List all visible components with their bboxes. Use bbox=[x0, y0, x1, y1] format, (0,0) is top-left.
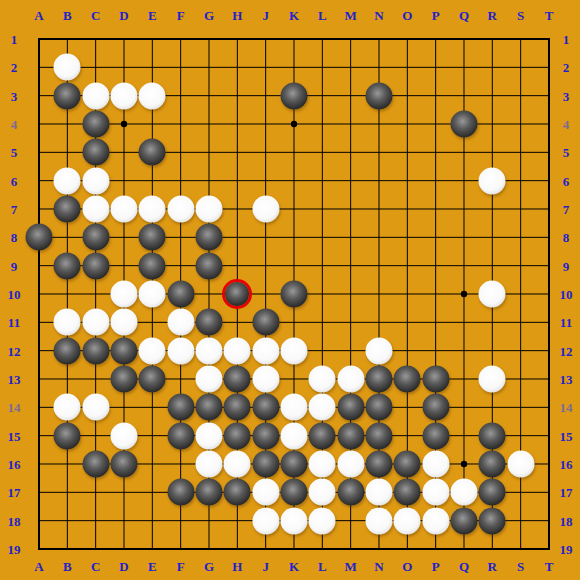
intersection-C6[interactable] bbox=[82, 167, 110, 195]
intersection-B2[interactable] bbox=[53, 53, 81, 81]
intersection-C10[interactable] bbox=[82, 280, 110, 308]
intersection-L1[interactable] bbox=[308, 25, 336, 53]
intersection-N13[interactable] bbox=[365, 365, 393, 393]
intersection-M6[interactable] bbox=[337, 167, 365, 195]
intersection-P9[interactable] bbox=[422, 252, 450, 280]
intersection-A1[interactable] bbox=[25, 25, 53, 53]
intersection-Q17[interactable] bbox=[450, 478, 478, 506]
intersection-D12[interactable] bbox=[110, 337, 138, 365]
intersection-N3[interactable] bbox=[365, 82, 393, 110]
intersection-G3[interactable] bbox=[195, 82, 223, 110]
intersection-A3[interactable] bbox=[25, 82, 53, 110]
intersection-T7[interactable] bbox=[535, 195, 563, 223]
intersection-J10[interactable] bbox=[252, 280, 280, 308]
intersection-K12[interactable] bbox=[280, 337, 308, 365]
intersection-L18[interactable] bbox=[308, 507, 336, 535]
intersection-E11[interactable] bbox=[138, 308, 166, 336]
intersection-Q13[interactable] bbox=[450, 365, 478, 393]
intersection-L14[interactable] bbox=[308, 393, 336, 421]
intersection-G11[interactable] bbox=[195, 308, 223, 336]
intersection-P3[interactable] bbox=[422, 82, 450, 110]
intersection-A15[interactable] bbox=[25, 422, 53, 450]
intersection-A9[interactable] bbox=[25, 252, 53, 280]
intersection-L6[interactable] bbox=[308, 167, 336, 195]
intersection-C2[interactable] bbox=[82, 53, 110, 81]
intersection-L11[interactable] bbox=[308, 308, 336, 336]
intersection-N15[interactable] bbox=[365, 422, 393, 450]
intersection-G1[interactable] bbox=[195, 25, 223, 53]
intersection-R8[interactable] bbox=[478, 223, 506, 251]
intersection-P8[interactable] bbox=[422, 223, 450, 251]
intersection-S17[interactable] bbox=[507, 478, 535, 506]
intersection-D6[interactable] bbox=[110, 167, 138, 195]
intersection-A4[interactable] bbox=[25, 110, 53, 138]
intersection-J17[interactable] bbox=[252, 478, 280, 506]
intersection-E6[interactable] bbox=[138, 167, 166, 195]
intersection-G14[interactable] bbox=[195, 393, 223, 421]
intersection-S13[interactable] bbox=[507, 365, 535, 393]
intersection-F16[interactable] bbox=[167, 450, 195, 478]
intersection-F3[interactable] bbox=[167, 82, 195, 110]
intersection-K9[interactable] bbox=[280, 252, 308, 280]
intersection-G16[interactable] bbox=[195, 450, 223, 478]
intersection-G18[interactable] bbox=[195, 507, 223, 535]
intersection-M8[interactable] bbox=[337, 223, 365, 251]
intersection-L2[interactable] bbox=[308, 53, 336, 81]
intersection-A11[interactable] bbox=[25, 308, 53, 336]
intersection-P18[interactable] bbox=[422, 507, 450, 535]
intersection-N7[interactable] bbox=[365, 195, 393, 223]
intersection-C14[interactable] bbox=[82, 393, 110, 421]
intersection-P1[interactable] bbox=[422, 25, 450, 53]
intersection-C1[interactable] bbox=[82, 25, 110, 53]
intersection-N17[interactable] bbox=[365, 478, 393, 506]
intersection-H7[interactable] bbox=[223, 195, 251, 223]
intersection-A10[interactable] bbox=[25, 280, 53, 308]
intersection-S16[interactable] bbox=[507, 450, 535, 478]
intersection-O1[interactable] bbox=[393, 25, 421, 53]
intersection-G6[interactable] bbox=[195, 167, 223, 195]
intersection-N18[interactable] bbox=[365, 507, 393, 535]
intersection-E9[interactable] bbox=[138, 252, 166, 280]
intersection-J6[interactable] bbox=[252, 167, 280, 195]
intersection-R9[interactable] bbox=[478, 252, 506, 280]
intersection-E14[interactable] bbox=[138, 393, 166, 421]
intersection-P16[interactable] bbox=[422, 450, 450, 478]
intersection-H8[interactable] bbox=[223, 223, 251, 251]
intersection-D13[interactable] bbox=[110, 365, 138, 393]
intersection-R15[interactable] bbox=[478, 422, 506, 450]
intersection-Q18[interactable] bbox=[450, 507, 478, 535]
intersection-P17[interactable] bbox=[422, 478, 450, 506]
intersection-A13[interactable] bbox=[25, 365, 53, 393]
intersection-S6[interactable] bbox=[507, 167, 535, 195]
intersection-R13[interactable] bbox=[478, 365, 506, 393]
intersection-F5[interactable] bbox=[167, 138, 195, 166]
intersection-H16[interactable] bbox=[223, 450, 251, 478]
intersection-H17[interactable] bbox=[223, 478, 251, 506]
intersection-R16[interactable] bbox=[478, 450, 506, 478]
intersection-B18[interactable] bbox=[53, 507, 81, 535]
intersection-J14[interactable] bbox=[252, 393, 280, 421]
intersection-G10[interactable] bbox=[195, 280, 223, 308]
intersection-Q6[interactable] bbox=[450, 167, 478, 195]
intersection-O7[interactable] bbox=[393, 195, 421, 223]
intersection-F10[interactable] bbox=[167, 280, 195, 308]
intersection-G17[interactable] bbox=[195, 478, 223, 506]
intersection-F17[interactable] bbox=[167, 478, 195, 506]
intersection-R18[interactable] bbox=[478, 507, 506, 535]
intersection-J12[interactable] bbox=[252, 337, 280, 365]
intersection-M1[interactable] bbox=[337, 25, 365, 53]
intersection-P15[interactable] bbox=[422, 422, 450, 450]
intersection-F12[interactable] bbox=[167, 337, 195, 365]
intersection-S2[interactable] bbox=[507, 53, 535, 81]
intersection-N12[interactable] bbox=[365, 337, 393, 365]
intersection-J5[interactable] bbox=[252, 138, 280, 166]
intersection-D2[interactable] bbox=[110, 53, 138, 81]
intersection-E17[interactable] bbox=[138, 478, 166, 506]
intersection-G12[interactable] bbox=[195, 337, 223, 365]
intersection-C4[interactable] bbox=[82, 110, 110, 138]
intersection-C12[interactable] bbox=[82, 337, 110, 365]
intersection-N16[interactable] bbox=[365, 450, 393, 478]
intersection-B15[interactable] bbox=[53, 422, 81, 450]
intersection-A12[interactable] bbox=[25, 337, 53, 365]
intersection-B8[interactable] bbox=[53, 223, 81, 251]
intersection-B3[interactable] bbox=[53, 82, 81, 110]
intersection-D7[interactable] bbox=[110, 195, 138, 223]
intersection-E13[interactable] bbox=[138, 365, 166, 393]
intersection-L12[interactable] bbox=[308, 337, 336, 365]
intersection-N9[interactable] bbox=[365, 252, 393, 280]
intersection-N4[interactable] bbox=[365, 110, 393, 138]
intersection-Q14[interactable] bbox=[450, 393, 478, 421]
intersection-J4[interactable] bbox=[252, 110, 280, 138]
intersection-Q10[interactable] bbox=[450, 280, 478, 308]
intersection-B12[interactable] bbox=[53, 337, 81, 365]
intersection-P13[interactable] bbox=[422, 365, 450, 393]
intersection-S10[interactable] bbox=[507, 280, 535, 308]
intersection-S15[interactable] bbox=[507, 422, 535, 450]
intersection-L3[interactable] bbox=[308, 82, 336, 110]
intersection-B10[interactable] bbox=[53, 280, 81, 308]
intersection-E16[interactable] bbox=[138, 450, 166, 478]
intersection-J8[interactable] bbox=[252, 223, 280, 251]
intersection-K4[interactable] bbox=[280, 110, 308, 138]
intersection-K17[interactable] bbox=[280, 478, 308, 506]
intersection-J1[interactable] bbox=[252, 25, 280, 53]
intersection-T3[interactable] bbox=[535, 82, 563, 110]
intersection-A2[interactable] bbox=[25, 53, 53, 81]
intersection-K13[interactable] bbox=[280, 365, 308, 393]
intersection-K3[interactable] bbox=[280, 82, 308, 110]
intersection-T6[interactable] bbox=[535, 167, 563, 195]
intersection-G9[interactable] bbox=[195, 252, 223, 280]
intersection-S11[interactable] bbox=[507, 308, 535, 336]
intersection-D14[interactable] bbox=[110, 393, 138, 421]
intersection-N8[interactable] bbox=[365, 223, 393, 251]
intersection-F14[interactable] bbox=[167, 393, 195, 421]
intersection-F2[interactable] bbox=[167, 53, 195, 81]
intersection-K16[interactable] bbox=[280, 450, 308, 478]
intersection-Q8[interactable] bbox=[450, 223, 478, 251]
intersection-O17[interactable] bbox=[393, 478, 421, 506]
intersection-B5[interactable] bbox=[53, 138, 81, 166]
intersection-C17[interactable] bbox=[82, 478, 110, 506]
intersection-K2[interactable] bbox=[280, 53, 308, 81]
intersection-C18[interactable] bbox=[82, 507, 110, 535]
intersection-G5[interactable] bbox=[195, 138, 223, 166]
intersection-P2[interactable] bbox=[422, 53, 450, 81]
intersection-B13[interactable] bbox=[53, 365, 81, 393]
intersection-R4[interactable] bbox=[478, 110, 506, 138]
intersection-L13[interactable] bbox=[308, 365, 336, 393]
intersection-O9[interactable] bbox=[393, 252, 421, 280]
intersection-O4[interactable] bbox=[393, 110, 421, 138]
intersection-B1[interactable] bbox=[53, 25, 81, 53]
intersection-A6[interactable] bbox=[25, 167, 53, 195]
intersection-S3[interactable] bbox=[507, 82, 535, 110]
intersection-S9[interactable] bbox=[507, 252, 535, 280]
intersection-K11[interactable] bbox=[280, 308, 308, 336]
intersection-L4[interactable] bbox=[308, 110, 336, 138]
intersection-O14[interactable] bbox=[393, 393, 421, 421]
intersection-M12[interactable] bbox=[337, 337, 365, 365]
intersection-M5[interactable] bbox=[337, 138, 365, 166]
intersection-F15[interactable] bbox=[167, 422, 195, 450]
intersection-D18[interactable] bbox=[110, 507, 138, 535]
intersection-Q11[interactable] bbox=[450, 308, 478, 336]
intersection-P6[interactable] bbox=[422, 167, 450, 195]
intersection-F7[interactable] bbox=[167, 195, 195, 223]
intersection-S7[interactable] bbox=[507, 195, 535, 223]
intersection-O5[interactable] bbox=[393, 138, 421, 166]
intersection-G2[interactable] bbox=[195, 53, 223, 81]
intersection-P5[interactable] bbox=[422, 138, 450, 166]
intersection-M9[interactable] bbox=[337, 252, 365, 280]
intersection-Q12[interactable] bbox=[450, 337, 478, 365]
intersection-B14[interactable] bbox=[53, 393, 81, 421]
intersection-D3[interactable] bbox=[110, 82, 138, 110]
intersection-P10[interactable] bbox=[422, 280, 450, 308]
intersection-Q2[interactable] bbox=[450, 53, 478, 81]
intersection-M7[interactable] bbox=[337, 195, 365, 223]
intersection-A8[interactable] bbox=[25, 223, 53, 251]
intersection-H5[interactable] bbox=[223, 138, 251, 166]
intersection-S1[interactable] bbox=[507, 25, 535, 53]
intersection-D15[interactable] bbox=[110, 422, 138, 450]
intersection-B7[interactable] bbox=[53, 195, 81, 223]
intersection-E3[interactable] bbox=[138, 82, 166, 110]
intersection-S18[interactable] bbox=[507, 507, 535, 535]
intersection-R11[interactable] bbox=[478, 308, 506, 336]
intersection-P11[interactable] bbox=[422, 308, 450, 336]
intersection-A7[interactable] bbox=[25, 195, 53, 223]
intersection-B4[interactable] bbox=[53, 110, 81, 138]
intersection-F4[interactable] bbox=[167, 110, 195, 138]
intersection-A17[interactable] bbox=[25, 478, 53, 506]
intersection-M16[interactable] bbox=[337, 450, 365, 478]
intersection-D17[interactable] bbox=[110, 478, 138, 506]
intersection-K10[interactable] bbox=[280, 280, 308, 308]
intersection-O8[interactable] bbox=[393, 223, 421, 251]
intersection-J7[interactable] bbox=[252, 195, 280, 223]
intersection-L10[interactable] bbox=[308, 280, 336, 308]
intersection-G8[interactable] bbox=[195, 223, 223, 251]
intersection-Q15[interactable] bbox=[450, 422, 478, 450]
intersection-O13[interactable] bbox=[393, 365, 421, 393]
intersection-S14[interactable] bbox=[507, 393, 535, 421]
intersection-B6[interactable] bbox=[53, 167, 81, 195]
intersection-K18[interactable] bbox=[280, 507, 308, 535]
intersection-T8[interactable] bbox=[535, 223, 563, 251]
intersection-C7[interactable] bbox=[82, 195, 110, 223]
intersection-N6[interactable] bbox=[365, 167, 393, 195]
intersection-J9[interactable] bbox=[252, 252, 280, 280]
intersection-A5[interactable] bbox=[25, 138, 53, 166]
intersection-K14[interactable] bbox=[280, 393, 308, 421]
intersection-E12[interactable] bbox=[138, 337, 166, 365]
intersection-A18[interactable] bbox=[25, 507, 53, 535]
intersection-H12[interactable] bbox=[223, 337, 251, 365]
intersection-F8[interactable] bbox=[167, 223, 195, 251]
intersection-M15[interactable] bbox=[337, 422, 365, 450]
intersection-F9[interactable] bbox=[167, 252, 195, 280]
intersection-A14[interactable] bbox=[25, 393, 53, 421]
intersection-D8[interactable] bbox=[110, 223, 138, 251]
intersection-E8[interactable] bbox=[138, 223, 166, 251]
intersection-C15[interactable] bbox=[82, 422, 110, 450]
intersection-R12[interactable] bbox=[478, 337, 506, 365]
intersection-O15[interactable] bbox=[393, 422, 421, 450]
intersection-K6[interactable] bbox=[280, 167, 308, 195]
intersection-M4[interactable] bbox=[337, 110, 365, 138]
intersection-B11[interactable] bbox=[53, 308, 81, 336]
intersection-M3[interactable] bbox=[337, 82, 365, 110]
intersection-C5[interactable] bbox=[82, 138, 110, 166]
intersection-S12[interactable] bbox=[507, 337, 535, 365]
intersection-Q1[interactable] bbox=[450, 25, 478, 53]
intersection-G7[interactable] bbox=[195, 195, 223, 223]
intersection-M13[interactable] bbox=[337, 365, 365, 393]
intersection-L8[interactable] bbox=[308, 223, 336, 251]
intersection-T4[interactable] bbox=[535, 110, 563, 138]
intersection-B9[interactable] bbox=[53, 252, 81, 280]
intersection-R5[interactable] bbox=[478, 138, 506, 166]
intersection-C3[interactable] bbox=[82, 82, 110, 110]
intersection-S8[interactable] bbox=[507, 223, 535, 251]
intersection-H3[interactable] bbox=[223, 82, 251, 110]
intersection-O18[interactable] bbox=[393, 507, 421, 535]
intersection-Q3[interactable] bbox=[450, 82, 478, 110]
intersection-D5[interactable] bbox=[110, 138, 138, 166]
intersection-F1[interactable] bbox=[167, 25, 195, 53]
intersection-J18[interactable] bbox=[252, 507, 280, 535]
intersection-L15[interactable] bbox=[308, 422, 336, 450]
intersection-N1[interactable] bbox=[365, 25, 393, 53]
intersection-H14[interactable] bbox=[223, 393, 251, 421]
intersection-P12[interactable] bbox=[422, 337, 450, 365]
intersection-E7[interactable] bbox=[138, 195, 166, 223]
intersection-O6[interactable] bbox=[393, 167, 421, 195]
intersection-O10[interactable] bbox=[393, 280, 421, 308]
intersection-H9[interactable] bbox=[223, 252, 251, 280]
intersection-L7[interactable] bbox=[308, 195, 336, 223]
intersection-O16[interactable] bbox=[393, 450, 421, 478]
intersection-L17[interactable] bbox=[308, 478, 336, 506]
intersection-D16[interactable] bbox=[110, 450, 138, 478]
intersection-T5[interactable] bbox=[535, 138, 563, 166]
intersection-L5[interactable] bbox=[308, 138, 336, 166]
intersection-E5[interactable] bbox=[138, 138, 166, 166]
intersection-R6[interactable] bbox=[478, 167, 506, 195]
intersection-L16[interactable] bbox=[308, 450, 336, 478]
intersection-N11[interactable] bbox=[365, 308, 393, 336]
intersection-H1[interactable] bbox=[223, 25, 251, 53]
intersection-Q16[interactable] bbox=[450, 450, 478, 478]
intersection-K5[interactable] bbox=[280, 138, 308, 166]
intersection-E18[interactable] bbox=[138, 507, 166, 535]
intersection-D10[interactable] bbox=[110, 280, 138, 308]
intersection-E2[interactable] bbox=[138, 53, 166, 81]
intersection-S4[interactable] bbox=[507, 110, 535, 138]
intersection-H15[interactable] bbox=[223, 422, 251, 450]
intersection-Q9[interactable] bbox=[450, 252, 478, 280]
intersection-O2[interactable] bbox=[393, 53, 421, 81]
intersection-T9[interactable] bbox=[535, 252, 563, 280]
intersection-B16[interactable] bbox=[53, 450, 81, 478]
intersection-E10[interactable] bbox=[138, 280, 166, 308]
intersection-R1[interactable] bbox=[478, 25, 506, 53]
intersection-J16[interactable] bbox=[252, 450, 280, 478]
intersection-N5[interactable] bbox=[365, 138, 393, 166]
intersection-T2[interactable] bbox=[535, 53, 563, 81]
intersection-H11[interactable] bbox=[223, 308, 251, 336]
intersection-L9[interactable] bbox=[308, 252, 336, 280]
intersection-J3[interactable] bbox=[252, 82, 280, 110]
intersection-Q5[interactable] bbox=[450, 138, 478, 166]
intersection-G4[interactable] bbox=[195, 110, 223, 138]
intersection-E15[interactable] bbox=[138, 422, 166, 450]
intersection-M11[interactable] bbox=[337, 308, 365, 336]
intersection-H10[interactable] bbox=[223, 280, 251, 308]
intersection-H6[interactable] bbox=[223, 167, 251, 195]
intersection-P7[interactable] bbox=[422, 195, 450, 223]
intersection-Q7[interactable] bbox=[450, 195, 478, 223]
intersection-C16[interactable] bbox=[82, 450, 110, 478]
intersection-A16[interactable] bbox=[25, 450, 53, 478]
intersection-J13[interactable] bbox=[252, 365, 280, 393]
intersection-R3[interactable] bbox=[478, 82, 506, 110]
intersection-M10[interactable] bbox=[337, 280, 365, 308]
intersection-K8[interactable] bbox=[280, 223, 308, 251]
intersection-R7[interactable] bbox=[478, 195, 506, 223]
intersection-R14[interactable] bbox=[478, 393, 506, 421]
intersection-N10[interactable] bbox=[365, 280, 393, 308]
intersection-J15[interactable] bbox=[252, 422, 280, 450]
intersection-C8[interactable] bbox=[82, 223, 110, 251]
intersection-M18[interactable] bbox=[337, 507, 365, 535]
intersection-M14[interactable] bbox=[337, 393, 365, 421]
intersection-P14[interactable] bbox=[422, 393, 450, 421]
intersection-O3[interactable] bbox=[393, 82, 421, 110]
intersection-P4[interactable] bbox=[422, 110, 450, 138]
intersection-F18[interactable] bbox=[167, 507, 195, 535]
intersection-H4[interactable] bbox=[223, 110, 251, 138]
intersection-C11[interactable] bbox=[82, 308, 110, 336]
intersection-H2[interactable] bbox=[223, 53, 251, 81]
